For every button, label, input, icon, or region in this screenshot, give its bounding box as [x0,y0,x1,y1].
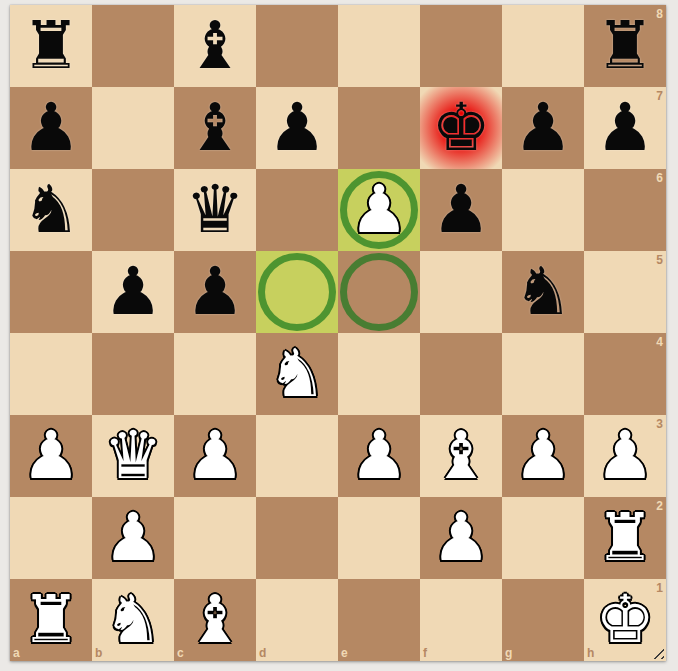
square-a1[interactable]: ♜a [10,579,92,661]
file-label: f [423,646,427,660]
piece-white-rook[interactable]: ♜ [10,579,92,661]
square-d2[interactable] [256,497,338,579]
rank-label: 5 [656,253,663,267]
piece-black-rook[interactable]: ♜ [584,5,666,87]
square-c2[interactable] [174,497,256,579]
piece-black-pawn[interactable]: ♟ [584,87,666,169]
square-g4[interactable] [502,333,584,415]
piece-white-queen[interactable]: ♛ [92,415,174,497]
piece-white-pawn[interactable]: ♟ [584,415,666,497]
square-a7[interactable]: ♟ [10,87,92,169]
square-c4[interactable] [174,333,256,415]
square-f6[interactable]: ♟ [420,169,502,251]
square-a4[interactable] [10,333,92,415]
square-e8[interactable] [338,5,420,87]
piece-white-pawn[interactable]: ♟ [338,415,420,497]
piece-black-pawn[interactable]: ♟ [10,87,92,169]
square-d1[interactable]: d [256,579,338,661]
file-label: d [259,646,266,660]
piece-black-king[interactable]: ♚ [420,87,502,169]
square-d6[interactable] [256,169,338,251]
square-e1[interactable]: e [338,579,420,661]
piece-white-pawn[interactable]: ♟ [338,169,420,251]
piece-white-pawn[interactable]: ♟ [174,415,256,497]
square-b7[interactable] [92,87,174,169]
square-c3[interactable]: ♟ [174,415,256,497]
piece-black-pawn[interactable]: ♟ [502,87,584,169]
square-f5[interactable] [420,251,502,333]
square-f2[interactable]: ♟ [420,497,502,579]
square-h4[interactable]: 4 [584,333,666,415]
square-a5[interactable] [10,251,92,333]
piece-black-pawn[interactable]: ♟ [92,251,174,333]
square-g8[interactable] [502,5,584,87]
piece-black-bishop[interactable]: ♝ [174,5,256,87]
piece-white-knight[interactable]: ♞ [256,333,338,415]
square-a2[interactable] [10,497,92,579]
square-d7[interactable]: ♟ [256,87,338,169]
piece-white-pawn[interactable]: ♟ [420,497,502,579]
square-g5[interactable]: ♞ [502,251,584,333]
square-e5[interactable] [338,251,420,333]
square-f1[interactable]: f [420,579,502,661]
last-move-highlight [256,251,338,333]
square-e3[interactable]: ♟ [338,415,420,497]
square-d4[interactable]: ♞ [256,333,338,415]
piece-white-pawn[interactable]: ♟ [92,497,174,579]
square-e4[interactable] [338,333,420,415]
piece-black-rook[interactable]: ♜ [10,5,92,87]
piece-black-knight[interactable]: ♞ [502,251,584,333]
square-g3[interactable]: ♟ [502,415,584,497]
rank-label: 4 [656,335,663,349]
square-h6[interactable]: 6 [584,169,666,251]
square-b6[interactable] [92,169,174,251]
square-h2[interactable]: ♜2 [584,497,666,579]
piece-black-knight[interactable]: ♞ [10,169,92,251]
square-g1[interactable]: g [502,579,584,661]
square-c8[interactable]: ♝ [174,5,256,87]
square-h5[interactable]: 5 [584,251,666,333]
square-c7[interactable]: ♝ [174,87,256,169]
square-b1[interactable]: ♞b [92,579,174,661]
square-h8[interactable]: ♜8 [584,5,666,87]
square-f7[interactable]: ♚ [420,87,502,169]
square-b4[interactable] [92,333,174,415]
piece-black-pawn[interactable]: ♟ [420,169,502,251]
square-h3[interactable]: ♟3 [584,415,666,497]
square-c1[interactable]: ♝c [174,579,256,661]
chess-board: ♜♝♜8♟♝♟♚♟♟7♞♛♟♟6♟♟♞5♞4♟♛♟♟♝♟♟3♟♟♜2♜a♞b♝c… [10,5,666,661]
square-g7[interactable]: ♟ [502,87,584,169]
square-d8[interactable] [256,5,338,87]
square-a8[interactable]: ♜ [10,5,92,87]
square-h7[interactable]: ♟7 [584,87,666,169]
piece-black-pawn[interactable]: ♟ [174,251,256,333]
square-f3[interactable]: ♝ [420,415,502,497]
square-a3[interactable]: ♟ [10,415,92,497]
square-b2[interactable]: ♟ [92,497,174,579]
piece-black-queen[interactable]: ♛ [174,169,256,251]
square-a6[interactable]: ♞ [10,169,92,251]
board-frame: ♜♝♜8♟♝♟♚♟♟7♞♛♟♟6♟♟♞5♞4♟♛♟♟♝♟♟3♟♟♜2♜a♞b♝c… [0,0,678,671]
square-f4[interactable] [420,333,502,415]
annotation-circle-icon [340,253,418,331]
file-label: g [505,646,512,660]
piece-white-pawn[interactable]: ♟ [10,415,92,497]
piece-white-bishop[interactable]: ♝ [420,415,502,497]
square-b8[interactable] [92,5,174,87]
piece-white-rook[interactable]: ♜ [584,497,666,579]
rank-label: 6 [656,171,663,185]
square-h1[interactable]: ♚1h [584,579,666,661]
square-c5[interactable]: ♟ [174,251,256,333]
piece-white-king[interactable]: ♚ [584,579,666,661]
annotation-circle-icon [258,253,336,331]
square-b3[interactable]: ♛ [92,415,174,497]
square-e6[interactable]: ♟ [338,169,420,251]
piece-white-bishop[interactable]: ♝ [174,579,256,661]
file-label: e [341,646,348,660]
square-g6[interactable] [502,169,584,251]
square-e2[interactable] [338,497,420,579]
square-g2[interactable] [502,497,584,579]
piece-black-bishop[interactable]: ♝ [174,87,256,169]
square-c6[interactable]: ♛ [174,169,256,251]
square-d5[interactable] [256,251,338,333]
square-f8[interactable] [420,5,502,87]
piece-white-knight[interactable]: ♞ [92,579,174,661]
square-b5[interactable]: ♟ [92,251,174,333]
piece-white-pawn[interactable]: ♟ [502,415,584,497]
square-e7[interactable] [338,87,420,169]
piece-black-pawn[interactable]: ♟ [256,87,338,169]
square-d3[interactable] [256,415,338,497]
